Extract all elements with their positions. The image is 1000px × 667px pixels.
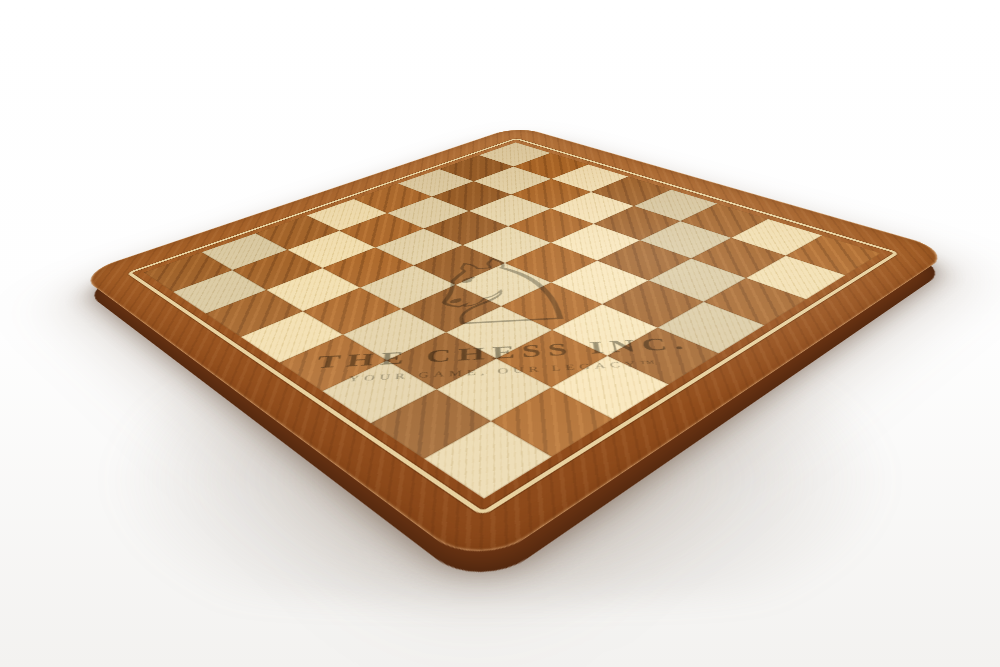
square-f2 bbox=[387, 332, 496, 389]
square-h2 bbox=[491, 387, 613, 457]
square-h4 bbox=[607, 328, 719, 385]
square-d3 bbox=[360, 265, 455, 308]
square-g2 bbox=[436, 358, 551, 421]
square-d1 bbox=[241, 311, 343, 363]
square-f1 bbox=[322, 360, 436, 423]
square-h5 bbox=[657, 302, 764, 354]
square-f4 bbox=[501, 283, 602, 330]
square-h7 bbox=[746, 256, 845, 299]
square-e2 bbox=[343, 309, 447, 361]
chess-board: ♘ THE CHESS INC. YOUR GAME, OUR LEGACY™ bbox=[77, 126, 953, 570]
squares-grid bbox=[144, 142, 881, 498]
board-logo: ♘ THE CHESS INC. YOUR GAME, OUR LEGACY™ bbox=[273, 222, 738, 419]
square-g6 bbox=[648, 258, 746, 301]
square-e3 bbox=[402, 285, 502, 332]
square-h6 bbox=[704, 278, 807, 325]
square-f5 bbox=[551, 261, 648, 304]
square-g4 bbox=[551, 304, 657, 356]
square-g3 bbox=[497, 330, 607, 387]
square-e4 bbox=[455, 263, 551, 306]
square-d2 bbox=[303, 287, 402, 334]
photo-background: ♘ THE CHESS INC. YOUR GAME, OUR LEGACY™ bbox=[0, 0, 1000, 667]
square-f3 bbox=[447, 306, 552, 358]
square-c1 bbox=[205, 290, 303, 337]
playing-field: ♘ THE CHESS INC. YOUR GAME, OUR LEGACY™ bbox=[144, 142, 881, 498]
square-h1 bbox=[424, 421, 552, 499]
knight-logo-icon: ♘ bbox=[403, 244, 603, 343]
board-perspective: ♘ THE CHESS INC. YOUR GAME, OUR LEGACY™ bbox=[179, 0, 831, 589]
tagline-text: YOUR GAME, OUR LEGACY™ bbox=[348, 358, 661, 384]
square-g5 bbox=[602, 280, 704, 327]
brand-text: THE CHESS INC. bbox=[315, 333, 693, 372]
square-g1 bbox=[370, 389, 491, 459]
board-tilt: ♘ THE CHESS INC. YOUR GAME, OUR LEGACY™ bbox=[0, 0, 1000, 667]
square-e1 bbox=[280, 335, 388, 392]
square-h3 bbox=[552, 356, 669, 419]
